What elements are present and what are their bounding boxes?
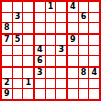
cell-r9c5[interactable] [46, 89, 56, 99]
cell-r2c3[interactable] [23, 13, 33, 23]
cell-r4c4[interactable] [35, 35, 45, 45]
cell-r7c6[interactable] [56, 68, 66, 78]
cell-r3c8[interactable] [79, 23, 89, 33]
cell-r5c5[interactable] [46, 46, 56, 56]
cell-r2c9[interactable] [89, 13, 99, 23]
cell-r5c8[interactable] [79, 46, 89, 56]
cell-r3c4[interactable] [35, 23, 45, 33]
cell-r7c8[interactable]: 8 [79, 68, 89, 78]
cell-r7c5[interactable] [46, 68, 56, 78]
cell-r9c1[interactable]: 9 [2, 89, 12, 99]
cell-r2c8[interactable]: 6 [79, 13, 89, 23]
cell-r6c3[interactable] [23, 56, 33, 66]
sudoku-box-1-0: 75 [2, 35, 33, 66]
cell-r1c9[interactable] [89, 2, 99, 12]
sudoku-box-1-2: 9 [68, 35, 99, 66]
sudoku-box-2-1: 3 [35, 68, 66, 99]
cell-r7c3[interactable] [23, 68, 33, 78]
cell-r9c6[interactable] [56, 89, 66, 99]
cell-r6c7[interactable] [68, 56, 78, 66]
cell-r7c9[interactable]: 4 [89, 68, 99, 78]
cell-r6c5[interactable] [46, 56, 56, 66]
cell-r7c1[interactable] [2, 68, 12, 78]
cell-r5c1[interactable] [2, 46, 12, 56]
cell-r4c2[interactable]: 5 [13, 35, 23, 45]
cell-r8c5[interactable] [46, 79, 56, 89]
cell-r1c3[interactable] [23, 2, 33, 12]
cell-r3c6[interactable] [56, 23, 66, 33]
cell-r4c5[interactable] [46, 35, 56, 45]
cell-r9c4[interactable] [35, 89, 45, 99]
cell-r2c7[interactable] [68, 13, 78, 23]
cell-r3c1[interactable]: 8 [2, 23, 12, 33]
sudoku-box-0-0: 38 [2, 2, 33, 33]
sudoku-box-2-2: 84 [68, 68, 99, 99]
cell-r5c7[interactable] [68, 46, 78, 56]
cell-r8c8[interactable] [79, 79, 89, 89]
cell-r4c8[interactable] [79, 35, 89, 45]
sudoku-box-0-1: 1 [35, 2, 66, 33]
cell-r4c9[interactable] [89, 35, 99, 45]
cell-r5c3[interactable] [23, 46, 33, 56]
cell-r6c9[interactable] [89, 56, 99, 66]
cell-r5c4[interactable]: 4 [35, 46, 45, 56]
cell-r6c6[interactable] [56, 56, 66, 66]
cell-r8c4[interactable] [35, 79, 45, 89]
cell-r4c1[interactable]: 7 [2, 35, 12, 45]
sudoku-board: 38146754369219384 [0, 0, 101, 101]
cell-r9c2[interactable] [13, 89, 23, 99]
cell-r9c8[interactable] [79, 89, 89, 99]
cell-r2c2[interactable]: 3 [13, 13, 23, 23]
cell-r9c3[interactable] [23, 89, 33, 99]
cell-r5c6[interactable]: 3 [56, 46, 66, 56]
cell-r2c6[interactable] [56, 13, 66, 23]
cell-r3c5[interactable] [46, 23, 56, 33]
cell-r7c7[interactable] [68, 68, 78, 78]
cell-r5c9[interactable] [89, 46, 99, 56]
cell-r4c7[interactable]: 9 [68, 35, 78, 45]
cell-r1c4[interactable] [35, 2, 45, 12]
sudoku-box-1-1: 436 [35, 35, 66, 66]
cell-r8c3[interactable]: 1 [23, 79, 33, 89]
cell-r1c2[interactable] [13, 2, 23, 12]
sudoku-box-2-0: 219 [2, 68, 33, 99]
cell-r5c2[interactable] [13, 46, 23, 56]
cell-r7c2[interactable] [13, 68, 23, 78]
sudoku-box-0-2: 46 [68, 2, 99, 33]
cell-r4c3[interactable] [23, 35, 33, 45]
cell-r3c2[interactable] [13, 23, 23, 33]
cell-r1c7[interactable]: 4 [68, 2, 78, 12]
cell-r2c1[interactable] [2, 13, 12, 23]
cell-r4c6[interactable] [56, 35, 66, 45]
cell-r3c3[interactable] [23, 23, 33, 33]
cell-r2c5[interactable] [46, 13, 56, 23]
cell-r8c2[interactable] [13, 79, 23, 89]
cell-r8c9[interactable] [89, 79, 99, 89]
cell-r9c7[interactable] [68, 89, 78, 99]
cell-r3c7[interactable] [68, 23, 78, 33]
cell-r8c1[interactable]: 2 [2, 79, 12, 89]
cell-r3c9[interactable] [89, 23, 99, 33]
cell-r1c5[interactable]: 1 [46, 2, 56, 12]
cell-r6c4[interactable]: 6 [35, 56, 45, 66]
cell-r1c8[interactable] [79, 2, 89, 12]
cell-r6c2[interactable] [13, 56, 23, 66]
cell-r2c4[interactable] [35, 13, 45, 23]
cell-r8c7[interactable] [68, 79, 78, 89]
cell-r9c9[interactable] [89, 89, 99, 99]
cell-r6c1[interactable] [2, 56, 12, 66]
cell-r1c1[interactable] [2, 2, 12, 12]
cell-r6c8[interactable] [79, 56, 89, 66]
cell-r8c6[interactable] [56, 79, 66, 89]
cell-r1c6[interactable] [56, 2, 66, 12]
cell-r7c4[interactable]: 3 [35, 68, 45, 78]
